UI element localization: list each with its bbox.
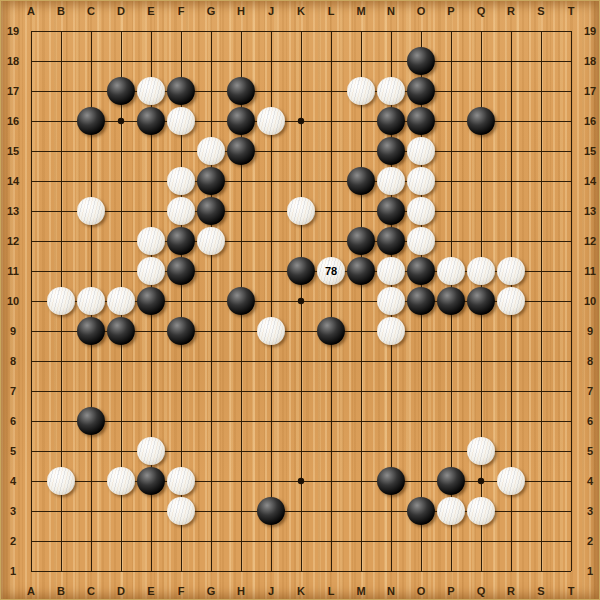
intersection-N2[interactable] [376, 526, 406, 556]
stone-black-L9[interactable] [317, 317, 345, 345]
intersection-N10[interactable] [376, 286, 406, 316]
intersection-D7[interactable] [106, 376, 136, 406]
intersection-R18[interactable] [496, 46, 526, 76]
intersection-B18[interactable] [46, 46, 76, 76]
intersection-Q6[interactable] [466, 406, 496, 436]
intersection-N7[interactable] [376, 376, 406, 406]
intersection-C14[interactable] [76, 166, 106, 196]
intersection-M7[interactable] [346, 376, 376, 406]
intersection-B8[interactable] [46, 346, 76, 376]
intersection-R1[interactable] [496, 556, 526, 586]
intersection-O10[interactable] [406, 286, 436, 316]
stone-black-N12[interactable] [377, 227, 405, 255]
stone-black-O16[interactable] [407, 107, 435, 135]
intersection-L12[interactable] [316, 226, 346, 256]
intersection-J13[interactable] [256, 196, 286, 226]
intersection-L7[interactable] [316, 376, 346, 406]
intersection-F10[interactable] [166, 286, 196, 316]
intersection-G8[interactable] [196, 346, 226, 376]
intersection-P7[interactable] [436, 376, 466, 406]
intersection-R8[interactable] [496, 346, 526, 376]
intersection-J7[interactable] [256, 376, 286, 406]
stone-white-F4[interactable] [167, 467, 195, 495]
intersection-B10[interactable] [46, 286, 76, 316]
intersection-A1[interactable] [16, 556, 46, 586]
stone-black-H16[interactable] [227, 107, 255, 135]
intersection-O12[interactable] [406, 226, 436, 256]
intersection-R5[interactable] [496, 436, 526, 466]
intersection-C8[interactable] [76, 346, 106, 376]
intersection-Q19[interactable] [466, 16, 496, 46]
intersection-B16[interactable] [46, 106, 76, 136]
intersection-P16[interactable] [436, 106, 466, 136]
intersection-K8[interactable] [286, 346, 316, 376]
intersection-S1[interactable] [526, 556, 556, 586]
intersection-L16[interactable] [316, 106, 346, 136]
intersection-C16[interactable] [76, 106, 106, 136]
stone-black-E10[interactable] [137, 287, 165, 315]
stone-white-G15[interactable] [197, 137, 225, 165]
intersection-Q2[interactable] [466, 526, 496, 556]
intersection-B1[interactable] [46, 556, 76, 586]
intersection-M19[interactable] [346, 16, 376, 46]
stone-black-N16[interactable] [377, 107, 405, 135]
intersection-C6[interactable] [76, 406, 106, 436]
stone-white-B4[interactable] [47, 467, 75, 495]
intersection-L18[interactable] [316, 46, 346, 76]
intersection-Q11[interactable] [466, 256, 496, 286]
intersection-B3[interactable] [46, 496, 76, 526]
intersection-T15[interactable] [556, 136, 586, 166]
stone-white-D4[interactable] [107, 467, 135, 495]
intersection-L13[interactable] [316, 196, 346, 226]
intersection-K2[interactable] [286, 526, 316, 556]
intersection-O5[interactable] [406, 436, 436, 466]
intersection-K14[interactable] [286, 166, 316, 196]
stone-white-O14[interactable] [407, 167, 435, 195]
intersection-K10[interactable] [286, 286, 316, 316]
intersection-R17[interactable] [496, 76, 526, 106]
intersection-M18[interactable] [346, 46, 376, 76]
intersection-O7[interactable] [406, 376, 436, 406]
intersection-K6[interactable] [286, 406, 316, 436]
intersection-S3[interactable] [526, 496, 556, 526]
intersection-A19[interactable] [16, 16, 46, 46]
intersection-E17[interactable] [136, 76, 166, 106]
intersection-H15[interactable] [226, 136, 256, 166]
intersection-L3[interactable] [316, 496, 346, 526]
stone-white-C10[interactable] [77, 287, 105, 315]
intersection-B17[interactable] [46, 76, 76, 106]
intersection-S10[interactable] [526, 286, 556, 316]
intersection-G4[interactable] [196, 466, 226, 496]
intersection-C15[interactable] [76, 136, 106, 166]
intersection-L4[interactable] [316, 466, 346, 496]
intersection-S17[interactable] [526, 76, 556, 106]
stone-white-M17[interactable] [347, 77, 375, 105]
intersection-L19[interactable] [316, 16, 346, 46]
intersection-P1[interactable] [436, 556, 466, 586]
intersection-T10[interactable] [556, 286, 586, 316]
intersection-J5[interactable] [256, 436, 286, 466]
intersection-N14[interactable] [376, 166, 406, 196]
intersection-F3[interactable] [166, 496, 196, 526]
stone-white-N14[interactable] [377, 167, 405, 195]
intersection-J10[interactable] [256, 286, 286, 316]
intersection-K9[interactable] [286, 316, 316, 346]
intersection-G6[interactable] [196, 406, 226, 436]
stone-white-F14[interactable] [167, 167, 195, 195]
intersection-R19[interactable] [496, 16, 526, 46]
intersection-O3[interactable] [406, 496, 436, 526]
intersection-C4[interactable] [76, 466, 106, 496]
intersection-L10[interactable] [316, 286, 346, 316]
stone-black-D17[interactable] [107, 77, 135, 105]
intersection-E8[interactable] [136, 346, 166, 376]
intersection-J8[interactable] [256, 346, 286, 376]
intersection-C19[interactable] [76, 16, 106, 46]
intersection-T6[interactable] [556, 406, 586, 436]
intersection-J19[interactable] [256, 16, 286, 46]
intersection-Q9[interactable] [466, 316, 496, 346]
intersection-N8[interactable] [376, 346, 406, 376]
intersection-N1[interactable] [376, 556, 406, 586]
stone-black-G14[interactable] [197, 167, 225, 195]
intersection-R15[interactable] [496, 136, 526, 166]
intersection-P6[interactable] [436, 406, 466, 436]
intersection-K11[interactable] [286, 256, 316, 286]
intersection-G12[interactable] [196, 226, 226, 256]
intersection-C17[interactable] [76, 76, 106, 106]
stone-black-K11[interactable] [287, 257, 315, 285]
intersection-J4[interactable] [256, 466, 286, 496]
intersection-E19[interactable] [136, 16, 166, 46]
intersection-A14[interactable] [16, 166, 46, 196]
intersection-H8[interactable] [226, 346, 256, 376]
stone-white-F16[interactable] [167, 107, 195, 135]
intersection-H12[interactable] [226, 226, 256, 256]
intersection-Q4[interactable] [466, 466, 496, 496]
intersection-E3[interactable] [136, 496, 166, 526]
intersection-S16[interactable] [526, 106, 556, 136]
intersection-Q7[interactable] [466, 376, 496, 406]
stone-white-E11[interactable] [137, 257, 165, 285]
intersection-C5[interactable] [76, 436, 106, 466]
intersection-O4[interactable] [406, 466, 436, 496]
intersection-D16[interactable] [106, 106, 136, 136]
intersection-K7[interactable] [286, 376, 316, 406]
intersection-A12[interactable] [16, 226, 46, 256]
intersection-D15[interactable] [106, 136, 136, 166]
intersection-D11[interactable] [106, 256, 136, 286]
intersection-P17[interactable] [436, 76, 466, 106]
intersection-T12[interactable] [556, 226, 586, 256]
intersection-E4[interactable] [136, 466, 166, 496]
intersection-Q17[interactable] [466, 76, 496, 106]
intersection-O1[interactable] [406, 556, 436, 586]
intersection-G9[interactable] [196, 316, 226, 346]
intersection-T3[interactable] [556, 496, 586, 526]
intersection-T13[interactable] [556, 196, 586, 226]
intersection-T18[interactable] [556, 46, 586, 76]
intersection-P11[interactable] [436, 256, 466, 286]
intersection-H3[interactable] [226, 496, 256, 526]
stone-black-F9[interactable] [167, 317, 195, 345]
intersection-O6[interactable] [406, 406, 436, 436]
stone-white-R4[interactable] [497, 467, 525, 495]
intersection-L6[interactable] [316, 406, 346, 436]
intersection-B9[interactable] [46, 316, 76, 346]
intersection-M6[interactable] [346, 406, 376, 436]
intersection-G5[interactable] [196, 436, 226, 466]
intersection-F12[interactable] [166, 226, 196, 256]
intersection-A18[interactable] [16, 46, 46, 76]
intersection-K15[interactable] [286, 136, 316, 166]
intersection-E6[interactable] [136, 406, 166, 436]
intersection-M11[interactable] [346, 256, 376, 286]
intersection-F13[interactable] [166, 196, 196, 226]
intersection-B2[interactable] [46, 526, 76, 556]
intersection-D1[interactable] [106, 556, 136, 586]
intersection-R9[interactable] [496, 316, 526, 346]
intersection-P3[interactable] [436, 496, 466, 526]
intersection-B13[interactable] [46, 196, 76, 226]
intersection-N19[interactable] [376, 16, 406, 46]
intersection-G7[interactable] [196, 376, 226, 406]
intersection-T14[interactable] [556, 166, 586, 196]
intersection-N13[interactable] [376, 196, 406, 226]
intersection-F18[interactable] [166, 46, 196, 76]
intersection-H10[interactable] [226, 286, 256, 316]
intersection-D12[interactable] [106, 226, 136, 256]
intersection-Q14[interactable] [466, 166, 496, 196]
intersection-Q10[interactable] [466, 286, 496, 316]
stone-black-Q16[interactable] [467, 107, 495, 135]
intersection-B4[interactable] [46, 466, 76, 496]
intersection-Q15[interactable] [466, 136, 496, 166]
intersection-H13[interactable] [226, 196, 256, 226]
stone-black-P10[interactable] [437, 287, 465, 315]
intersection-C11[interactable] [76, 256, 106, 286]
intersection-N9[interactable] [376, 316, 406, 346]
intersection-S15[interactable] [526, 136, 556, 166]
intersection-K13[interactable] [286, 196, 316, 226]
intersection-L9[interactable] [316, 316, 346, 346]
intersection-A5[interactable] [16, 436, 46, 466]
intersection-A15[interactable] [16, 136, 46, 166]
intersection-F8[interactable] [166, 346, 196, 376]
intersection-N11[interactable] [376, 256, 406, 286]
intersection-C2[interactable] [76, 526, 106, 556]
stone-black-O11[interactable] [407, 257, 435, 285]
intersection-F5[interactable] [166, 436, 196, 466]
intersection-L17[interactable] [316, 76, 346, 106]
intersection-M9[interactable] [346, 316, 376, 346]
intersection-B6[interactable] [46, 406, 76, 436]
stone-white-C13[interactable] [77, 197, 105, 225]
intersection-C3[interactable] [76, 496, 106, 526]
intersection-G15[interactable] [196, 136, 226, 166]
intersection-A4[interactable] [16, 466, 46, 496]
intersection-H14[interactable] [226, 166, 256, 196]
intersection-M13[interactable] [346, 196, 376, 226]
intersection-P14[interactable] [436, 166, 466, 196]
intersection-B5[interactable] [46, 436, 76, 466]
stone-black-F11[interactable] [167, 257, 195, 285]
intersection-C7[interactable] [76, 376, 106, 406]
intersection-R14[interactable] [496, 166, 526, 196]
intersection-N17[interactable] [376, 76, 406, 106]
intersection-O19[interactable] [406, 16, 436, 46]
intersection-A3[interactable] [16, 496, 46, 526]
intersection-J14[interactable] [256, 166, 286, 196]
intersection-M10[interactable] [346, 286, 376, 316]
intersection-R4[interactable] [496, 466, 526, 496]
intersection-F6[interactable] [166, 406, 196, 436]
intersection-P9[interactable] [436, 316, 466, 346]
intersection-N18[interactable] [376, 46, 406, 76]
intersection-S5[interactable] [526, 436, 556, 466]
intersection-H18[interactable] [226, 46, 256, 76]
stone-black-F17[interactable] [167, 77, 195, 105]
intersection-E16[interactable] [136, 106, 166, 136]
intersection-J15[interactable] [256, 136, 286, 166]
intersection-E14[interactable] [136, 166, 166, 196]
intersection-B7[interactable] [46, 376, 76, 406]
intersection-D5[interactable] [106, 436, 136, 466]
stone-white-N10[interactable] [377, 287, 405, 315]
intersection-P4[interactable] [436, 466, 466, 496]
stone-black-M14[interactable] [347, 167, 375, 195]
intersection-K18[interactable] [286, 46, 316, 76]
intersection-T7[interactable] [556, 376, 586, 406]
intersection-J3[interactable] [256, 496, 286, 526]
intersection-L14[interactable] [316, 166, 346, 196]
stone-black-Q10[interactable] [467, 287, 495, 315]
intersection-G2[interactable] [196, 526, 226, 556]
intersection-F4[interactable] [166, 466, 196, 496]
intersection-L1[interactable] [316, 556, 346, 586]
intersection-O9[interactable] [406, 316, 436, 346]
intersection-A13[interactable] [16, 196, 46, 226]
intersection-H6[interactable] [226, 406, 256, 436]
intersection-R13[interactable] [496, 196, 526, 226]
intersection-S13[interactable] [526, 196, 556, 226]
intersection-Q8[interactable] [466, 346, 496, 376]
intersection-J9[interactable] [256, 316, 286, 346]
intersection-D9[interactable] [106, 316, 136, 346]
intersection-O8[interactable] [406, 346, 436, 376]
intersection-Q1[interactable] [466, 556, 496, 586]
intersection-M2[interactable] [346, 526, 376, 556]
stone-black-C6[interactable] [77, 407, 105, 435]
intersection-P19[interactable] [436, 16, 466, 46]
intersection-J6[interactable] [256, 406, 286, 436]
intersection-Q3[interactable] [466, 496, 496, 526]
intersection-K3[interactable] [286, 496, 316, 526]
intersection-J1[interactable] [256, 556, 286, 586]
intersection-A8[interactable] [16, 346, 46, 376]
intersection-C18[interactable] [76, 46, 106, 76]
intersection-E11[interactable] [136, 256, 166, 286]
intersection-F16[interactable] [166, 106, 196, 136]
intersection-S6[interactable] [526, 406, 556, 436]
stone-black-H15[interactable] [227, 137, 255, 165]
intersection-T1[interactable] [556, 556, 586, 586]
intersection-O15[interactable] [406, 136, 436, 166]
intersection-D17[interactable] [106, 76, 136, 106]
intersection-O13[interactable] [406, 196, 436, 226]
intersection-D13[interactable] [106, 196, 136, 226]
intersection-F11[interactable] [166, 256, 196, 286]
stone-white-P11[interactable] [437, 257, 465, 285]
stone-white-O15[interactable] [407, 137, 435, 165]
intersection-Q18[interactable] [466, 46, 496, 76]
intersection-P13[interactable] [436, 196, 466, 226]
stone-black-O3[interactable] [407, 497, 435, 525]
stone-black-E16[interactable] [137, 107, 165, 135]
stone-black-N15[interactable] [377, 137, 405, 165]
intersection-R10[interactable] [496, 286, 526, 316]
intersection-E12[interactable] [136, 226, 166, 256]
intersection-K16[interactable] [286, 106, 316, 136]
intersection-J18[interactable] [256, 46, 286, 76]
intersection-L5[interactable] [316, 436, 346, 466]
stone-white-G12[interactable] [197, 227, 225, 255]
intersection-A2[interactable] [16, 526, 46, 556]
intersection-E15[interactable] [136, 136, 166, 166]
stone-white-K13[interactable] [287, 197, 315, 225]
intersection-J2[interactable] [256, 526, 286, 556]
intersection-J12[interactable] [256, 226, 286, 256]
intersection-M14[interactable] [346, 166, 376, 196]
stone-black-H10[interactable] [227, 287, 255, 315]
stone-white-P3[interactable] [437, 497, 465, 525]
intersection-K19[interactable] [286, 16, 316, 46]
stone-white-N9[interactable] [377, 317, 405, 345]
stone-black-P4[interactable] [437, 467, 465, 495]
intersection-S9[interactable] [526, 316, 556, 346]
intersection-D3[interactable] [106, 496, 136, 526]
intersection-M12[interactable] [346, 226, 376, 256]
intersection-H9[interactable] [226, 316, 256, 346]
intersection-E9[interactable] [136, 316, 166, 346]
intersection-H2[interactable] [226, 526, 256, 556]
stone-white-E5[interactable] [137, 437, 165, 465]
stone-white-E17[interactable] [137, 77, 165, 105]
intersection-T19[interactable] [556, 16, 586, 46]
intersection-B19[interactable] [46, 16, 76, 46]
stone-white-F13[interactable] [167, 197, 195, 225]
intersection-G19[interactable] [196, 16, 226, 46]
intersection-M17[interactable] [346, 76, 376, 106]
intersection-C1[interactable] [76, 556, 106, 586]
intersection-A7[interactable] [16, 376, 46, 406]
intersection-F2[interactable] [166, 526, 196, 556]
intersection-E18[interactable] [136, 46, 166, 76]
intersection-J17[interactable] [256, 76, 286, 106]
intersection-B11[interactable] [46, 256, 76, 286]
intersection-G14[interactable] [196, 166, 226, 196]
intersection-B14[interactable] [46, 166, 76, 196]
intersection-N3[interactable] [376, 496, 406, 526]
intersection-M5[interactable] [346, 436, 376, 466]
intersection-A10[interactable] [16, 286, 46, 316]
intersection-S19[interactable] [526, 16, 556, 46]
stone-white-Q5[interactable] [467, 437, 495, 465]
intersection-D4[interactable] [106, 466, 136, 496]
intersection-F19[interactable] [166, 16, 196, 46]
